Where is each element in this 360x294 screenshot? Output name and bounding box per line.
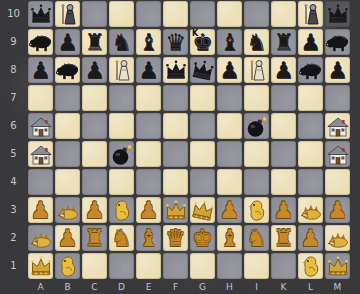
square-tile xyxy=(217,85,242,111)
square-D6[interactable] xyxy=(108,112,135,140)
square-tile: ♟ xyxy=(217,197,242,223)
square-B3[interactable] xyxy=(54,196,81,224)
square-A4[interactable] xyxy=(27,168,54,196)
piece-gold-bishop[interactable]: ♝ xyxy=(219,225,240,251)
square-M6[interactable] xyxy=(324,112,351,140)
square-tile: ♜ xyxy=(82,225,107,251)
square-G4[interactable] xyxy=(189,168,216,196)
piece-gold-chick[interactable] xyxy=(247,199,267,222)
square-F5[interactable] xyxy=(162,140,189,168)
piece-wizard-light-robe[interactable] xyxy=(247,58,267,82)
square-D4[interactable] xyxy=(108,168,135,196)
square-tile xyxy=(163,169,188,195)
rank-label-1: 1 xyxy=(0,252,27,280)
square-H9[interactable]: ♝ xyxy=(216,28,243,56)
square-M8[interactable]: ♟ xyxy=(324,56,351,84)
square-tile xyxy=(298,1,323,27)
square-L5[interactable] xyxy=(297,140,324,168)
piece-house[interactable] xyxy=(29,143,53,165)
square-M10[interactable] xyxy=(324,0,351,28)
square-B1[interactable] xyxy=(54,252,81,280)
square-A9[interactable] xyxy=(27,28,54,56)
square-K4[interactable] xyxy=(270,168,297,196)
square-tile xyxy=(244,57,269,83)
square-M3[interactable]: ♟ xyxy=(324,196,351,224)
square-F10[interactable] xyxy=(162,0,189,28)
square-tile xyxy=(136,141,161,167)
square-tile xyxy=(244,253,269,279)
piece-gold-crown[interactable] xyxy=(29,255,53,277)
square-B9[interactable]: ♟ xyxy=(54,28,81,56)
square-F3[interactable] xyxy=(162,196,189,224)
square-B4[interactable] xyxy=(54,168,81,196)
square-D1[interactable] xyxy=(108,252,135,280)
square-tile: ♛ xyxy=(163,225,188,251)
square-D9[interactable]: ♞ xyxy=(108,28,135,56)
square-C1[interactable] xyxy=(81,252,108,280)
square-tile xyxy=(190,113,215,139)
square-K1[interactable] xyxy=(270,252,297,280)
square-A1[interactable] xyxy=(27,252,54,280)
piece-black-boar[interactable] xyxy=(55,59,80,81)
square-tile xyxy=(163,57,188,83)
piece-gold-bishop[interactable]: ♝ xyxy=(138,225,159,251)
square-M7[interactable] xyxy=(324,84,351,112)
square-A3[interactable]: ♟ xyxy=(27,196,54,224)
square-C10[interactable] xyxy=(81,0,108,28)
file-label-L: L xyxy=(297,280,324,294)
square-D8[interactable] xyxy=(108,56,135,84)
square-B8[interactable] xyxy=(54,56,81,84)
square-tile xyxy=(82,85,107,111)
square-tile: ♚ xyxy=(190,225,215,251)
square-tile xyxy=(82,113,107,139)
square-H3[interactable]: ♟ xyxy=(216,196,243,224)
piece-gold-hedgehog[interactable] xyxy=(326,227,350,249)
square-E7[interactable] xyxy=(135,84,162,112)
piece-black-knight[interactable]: ♞ xyxy=(111,29,132,55)
square-tile xyxy=(298,169,323,195)
square-C4[interactable] xyxy=(81,168,108,196)
square-tile xyxy=(55,197,80,223)
square-I4[interactable] xyxy=(243,168,270,196)
chess-variant-board: ♟♜♞♝♛♚K♝♞♜♟♟♟♟♟♟♟♟♟♟♟♟♟♟♜♞♝♛♚♝♞♜♟ xyxy=(27,0,351,280)
square-tile: ♝ xyxy=(217,225,242,251)
square-D2[interactable]: ♞ xyxy=(108,224,135,252)
square-tile xyxy=(136,1,161,27)
square-A6[interactable] xyxy=(27,112,54,140)
piece-gold-pawn[interactable]: ♟ xyxy=(300,225,321,251)
square-F8[interactable] xyxy=(162,56,189,84)
square-C2[interactable]: ♜ xyxy=(81,224,108,252)
piece-house[interactable] xyxy=(29,115,53,137)
square-C5[interactable] xyxy=(81,140,108,168)
file-label-K: K xyxy=(270,280,297,294)
square-tile: ♟ xyxy=(298,225,323,251)
piece-gold-hedgehog[interactable] xyxy=(299,199,323,221)
square-tile xyxy=(82,1,107,27)
square-C9[interactable]: ♜ xyxy=(81,28,108,56)
square-tile xyxy=(190,1,215,27)
piece-gold-pawn[interactable]: ♟ xyxy=(219,197,240,223)
rank-label-10: 10 xyxy=(0,0,27,28)
square-L4[interactable] xyxy=(297,168,324,196)
piece-black-crown[interactable] xyxy=(188,57,216,84)
square-tile: ♟ xyxy=(82,57,107,83)
square-tile xyxy=(55,141,80,167)
square-A5[interactable] xyxy=(27,140,54,168)
piece-black-boar[interactable] xyxy=(298,59,323,81)
square-tile xyxy=(325,141,350,167)
square-F6[interactable] xyxy=(162,112,189,140)
square-tile: ♟ xyxy=(325,197,350,223)
piece-gold-pawn[interactable]: ♟ xyxy=(84,197,105,223)
piece-gold-pawn[interactable]: ♟ xyxy=(57,225,78,251)
square-F2[interactable]: ♛ xyxy=(162,224,189,252)
square-C3[interactable]: ♟ xyxy=(81,196,108,224)
square-tile xyxy=(244,169,269,195)
square-tile: ♛ xyxy=(163,29,188,55)
square-I7[interactable] xyxy=(243,84,270,112)
square-K10[interactable] xyxy=(270,0,297,28)
square-L6[interactable] xyxy=(297,112,324,140)
square-G9[interactable]: ♚K xyxy=(189,28,216,56)
square-tile xyxy=(271,113,296,139)
square-tile xyxy=(55,169,80,195)
square-tile xyxy=(325,113,350,139)
square-G6[interactable] xyxy=(189,112,216,140)
square-E10[interactable] xyxy=(135,0,162,28)
square-K9[interactable]: ♜ xyxy=(270,28,297,56)
piece-bomb[interactable] xyxy=(110,143,133,166)
square-tile xyxy=(163,85,188,111)
square-tile xyxy=(163,253,188,279)
square-E9[interactable]: ♝ xyxy=(135,28,162,56)
piece-black-boar[interactable] xyxy=(325,31,350,53)
square-tile xyxy=(28,169,53,195)
square-tile xyxy=(244,141,269,167)
square-F1[interactable] xyxy=(162,252,189,280)
square-tile xyxy=(325,29,350,55)
square-tile: ♟ xyxy=(271,197,296,223)
square-tile xyxy=(298,113,323,139)
piece-gold-pawn[interactable]: ♟ xyxy=(30,197,51,223)
square-M5[interactable] xyxy=(324,140,351,168)
piece-gold-hedgehog[interactable] xyxy=(56,199,80,221)
square-I5[interactable] xyxy=(243,140,270,168)
square-L9[interactable]: ♟ xyxy=(297,28,324,56)
piece-gold-chick[interactable] xyxy=(301,255,321,278)
piece-black-pawn[interactable]: ♟ xyxy=(30,57,51,83)
square-tile xyxy=(55,1,80,27)
square-tile xyxy=(28,225,53,251)
square-tile xyxy=(298,57,323,83)
square-H8[interactable]: ♟ xyxy=(216,56,243,84)
square-tile: ♟ xyxy=(55,225,80,251)
file-label-G: G xyxy=(189,280,216,294)
square-B7[interactable] xyxy=(54,84,81,112)
square-tile: ♟ xyxy=(136,197,161,223)
piece-gold-rook[interactable]: ♜ xyxy=(84,225,105,251)
king-badge: K xyxy=(192,30,198,38)
square-F9[interactable]: ♛ xyxy=(162,28,189,56)
square-tile: ♟ xyxy=(28,57,53,83)
square-L10[interactable] xyxy=(297,0,324,28)
file-label-C: C xyxy=(81,280,108,294)
square-E1[interactable] xyxy=(135,252,162,280)
piece-black-rook[interactable]: ♜ xyxy=(84,29,105,55)
square-E5[interactable] xyxy=(135,140,162,168)
square-A2[interactable] xyxy=(27,224,54,252)
square-F4[interactable] xyxy=(162,168,189,196)
piece-black-pawn[interactable]: ♟ xyxy=(219,57,240,83)
square-tile xyxy=(109,1,134,27)
square-H7[interactable] xyxy=(216,84,243,112)
piece-gold-knight[interactable]: ♞ xyxy=(246,225,267,251)
square-tile: ♟ xyxy=(55,29,80,55)
piece-gold-crown[interactable] xyxy=(188,197,216,224)
piece-black-pawn[interactable]: ♟ xyxy=(300,29,321,55)
piece-black-pawn[interactable]: ♟ xyxy=(57,29,78,55)
file-label-F: F xyxy=(162,280,189,294)
piece-gold-knight[interactable]: ♞ xyxy=(111,225,132,251)
square-I8[interactable] xyxy=(243,56,270,84)
rank-label-7: 7 xyxy=(0,84,27,112)
square-H6[interactable] xyxy=(216,112,243,140)
piece-gold-queen[interactable]: ♛ xyxy=(165,225,186,251)
piece-bomb[interactable] xyxy=(245,115,268,138)
square-tile xyxy=(325,85,350,111)
square-tile xyxy=(244,1,269,27)
square-tile: ♜ xyxy=(82,29,107,55)
square-tile xyxy=(109,253,134,279)
piece-house[interactable] xyxy=(326,143,350,165)
piece-gold-chick[interactable] xyxy=(58,255,78,278)
square-C6[interactable] xyxy=(81,112,108,140)
square-tile: ♜ xyxy=(271,29,296,55)
rank-label-3: 3 xyxy=(0,196,27,224)
square-D3[interactable] xyxy=(108,196,135,224)
square-C7[interactable] xyxy=(81,84,108,112)
piece-gold-pawn[interactable]: ♟ xyxy=(138,197,159,223)
square-K8[interactable]: ♟ xyxy=(270,56,297,84)
square-G3[interactable] xyxy=(189,196,216,224)
piece-black-pawn[interactable]: ♟ xyxy=(84,57,105,83)
square-M1[interactable] xyxy=(324,252,351,280)
piece-black-queen[interactable]: ♛ xyxy=(165,29,186,55)
square-K2[interactable]: ♜ xyxy=(270,224,297,252)
file-label-E: E xyxy=(135,280,162,294)
square-tile xyxy=(28,253,53,279)
square-A7[interactable] xyxy=(27,84,54,112)
square-L7[interactable] xyxy=(297,84,324,112)
rank-label-5: 5 xyxy=(0,140,27,168)
piece-gold-hedgehog[interactable] xyxy=(29,227,53,249)
square-tile xyxy=(217,113,242,139)
square-H5[interactable] xyxy=(216,140,243,168)
piece-gold-rook[interactable]: ♜ xyxy=(273,225,294,251)
square-tile xyxy=(298,141,323,167)
square-K3[interactable]: ♟ xyxy=(270,196,297,224)
square-tile xyxy=(55,57,80,83)
square-H4[interactable] xyxy=(216,168,243,196)
square-L2[interactable]: ♟ xyxy=(297,224,324,252)
square-G5[interactable] xyxy=(189,140,216,168)
square-tile: ♚K xyxy=(190,29,215,55)
square-tile: ♟ xyxy=(217,57,242,83)
square-I3[interactable] xyxy=(243,196,270,224)
piece-gold-king[interactable]: ♚ xyxy=(192,225,213,251)
square-G2[interactable]: ♚ xyxy=(189,224,216,252)
file-label-B: B xyxy=(54,280,81,294)
square-tile xyxy=(190,57,215,83)
square-tile xyxy=(109,169,134,195)
square-tile: ♟ xyxy=(82,197,107,223)
square-B6[interactable] xyxy=(54,112,81,140)
square-tile xyxy=(190,85,215,111)
rank-label-2: 2 xyxy=(0,224,27,252)
piece-black-pawn[interactable]: ♟ xyxy=(327,57,348,83)
square-tile xyxy=(28,141,53,167)
piece-black-pawn[interactable]: ♟ xyxy=(138,57,159,83)
square-tile xyxy=(217,141,242,167)
square-tile xyxy=(136,113,161,139)
square-I10[interactable] xyxy=(243,0,270,28)
piece-gold-pawn[interactable]: ♟ xyxy=(273,197,294,223)
square-tile: ♟ xyxy=(325,57,350,83)
square-tile xyxy=(298,253,323,279)
square-tile xyxy=(325,253,350,279)
piece-black-crown[interactable] xyxy=(326,3,350,25)
square-E6[interactable] xyxy=(135,112,162,140)
square-B10[interactable] xyxy=(54,0,81,28)
piece-black-crown[interactable] xyxy=(164,59,188,81)
square-tile xyxy=(28,85,53,111)
piece-wizard-light-robe[interactable] xyxy=(112,58,132,82)
square-tile xyxy=(325,1,350,27)
square-tile: ♞ xyxy=(109,225,134,251)
square-F7[interactable] xyxy=(162,84,189,112)
square-C8[interactable]: ♟ xyxy=(81,56,108,84)
piece-house[interactable] xyxy=(326,115,350,137)
square-I9[interactable]: ♞ xyxy=(243,28,270,56)
square-A10[interactable] xyxy=(27,0,54,28)
file-label-H: H xyxy=(216,280,243,294)
square-tile: ♝ xyxy=(136,29,161,55)
square-tile: ♝ xyxy=(136,225,161,251)
square-tile xyxy=(190,197,215,223)
square-G10[interactable] xyxy=(189,0,216,28)
square-M4[interactable] xyxy=(324,168,351,196)
square-tile xyxy=(325,169,350,195)
square-H1[interactable] xyxy=(216,252,243,280)
square-tile xyxy=(82,253,107,279)
square-A8[interactable]: ♟ xyxy=(27,56,54,84)
piece-black-boar[interactable] xyxy=(28,31,53,53)
file-label-M: M xyxy=(324,280,351,294)
square-tile xyxy=(109,141,134,167)
square-tile xyxy=(190,169,215,195)
piece-black-knight[interactable]: ♞ xyxy=(246,29,267,55)
square-tile: ♞ xyxy=(244,225,269,251)
rank-label-9: 9 xyxy=(0,28,27,56)
square-I1[interactable] xyxy=(243,252,270,280)
square-M9[interactable] xyxy=(324,28,351,56)
square-L8[interactable] xyxy=(297,56,324,84)
square-tile xyxy=(55,113,80,139)
piece-gold-crown[interactable] xyxy=(164,199,188,221)
square-tile xyxy=(271,141,296,167)
piece-black-bishop[interactable]: ♝ xyxy=(219,29,240,55)
square-tile: ♞ xyxy=(244,29,269,55)
square-G8[interactable] xyxy=(189,56,216,84)
piece-black-pawn[interactable]: ♟ xyxy=(273,57,294,83)
piece-black-rook[interactable]: ♜ xyxy=(273,29,294,55)
square-D10[interactable] xyxy=(108,0,135,28)
square-B2[interactable]: ♟ xyxy=(54,224,81,252)
square-tile: ♜ xyxy=(271,225,296,251)
square-L1[interactable] xyxy=(297,252,324,280)
piece-wizard-dark-robe[interactable] xyxy=(301,2,321,26)
square-tile xyxy=(298,85,323,111)
square-tile: ♟ xyxy=(28,197,53,223)
square-tile xyxy=(109,113,134,139)
square-M2[interactable] xyxy=(324,224,351,252)
square-I6[interactable] xyxy=(243,112,270,140)
square-tile xyxy=(136,85,161,111)
square-tile xyxy=(244,85,269,111)
square-tile xyxy=(163,141,188,167)
piece-gold-pawn[interactable]: ♟ xyxy=(327,197,348,223)
piece-gold-crown[interactable] xyxy=(326,255,350,277)
square-tile xyxy=(55,85,80,111)
square-tile xyxy=(271,85,296,111)
square-tile xyxy=(163,197,188,223)
square-L3[interactable] xyxy=(297,196,324,224)
square-E4[interactable] xyxy=(135,168,162,196)
square-tile xyxy=(271,1,296,27)
piece-black-bishop[interactable]: ♝ xyxy=(138,29,159,55)
square-D7[interactable] xyxy=(108,84,135,112)
square-K7[interactable] xyxy=(270,84,297,112)
square-H10[interactable] xyxy=(216,0,243,28)
rank-label-8: 8 xyxy=(0,56,27,84)
square-G1[interactable] xyxy=(189,252,216,280)
square-I2[interactable]: ♞ xyxy=(243,224,270,252)
square-E3[interactable]: ♟ xyxy=(135,196,162,224)
square-E8[interactable]: ♟ xyxy=(135,56,162,84)
square-B5[interactable] xyxy=(54,140,81,168)
square-K6[interactable] xyxy=(270,112,297,140)
square-tile xyxy=(271,169,296,195)
square-tile xyxy=(28,29,53,55)
square-K5[interactable] xyxy=(270,140,297,168)
piece-wizard-dark-robe[interactable] xyxy=(58,2,78,26)
square-E2[interactable]: ♝ xyxy=(135,224,162,252)
square-tile xyxy=(298,197,323,223)
square-tile xyxy=(82,141,107,167)
square-tile xyxy=(217,253,242,279)
square-D5[interactable] xyxy=(108,140,135,168)
square-tile xyxy=(217,1,242,27)
rank-label-4: 4 xyxy=(0,168,27,196)
piece-black-crown[interactable] xyxy=(29,3,53,25)
square-tile xyxy=(109,85,134,111)
piece-gold-chick[interactable] xyxy=(112,199,132,222)
square-H2[interactable]: ♝ xyxy=(216,224,243,252)
square-G7[interactable] xyxy=(189,84,216,112)
square-tile xyxy=(325,225,350,251)
